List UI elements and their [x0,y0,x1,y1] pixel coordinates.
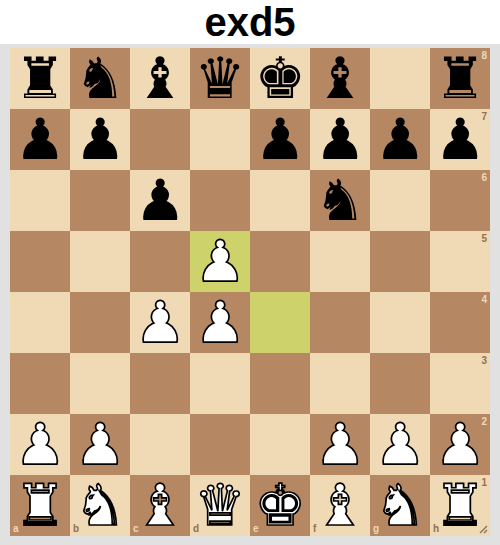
black-pawn[interactable]: ♟ [374,109,425,170]
white-pawn[interactable]: ♟ [134,292,185,353]
white-pawn[interactable]: ♟ [434,414,485,475]
square-d4[interactable]: ♟ [190,292,250,353]
square-g3[interactable] [370,353,430,414]
white-pawn[interactable]: ♟ [74,414,125,475]
black-bishop[interactable]: ♝ [134,48,185,109]
coord-rank-6: 6 [481,173,487,183]
square-c1[interactable]: ♝c [130,475,190,536]
square-a7[interactable]: ♟ [10,109,70,170]
square-c7[interactable] [130,109,190,170]
square-f5[interactable] [310,231,370,292]
square-e7[interactable]: ♟ [250,109,310,170]
square-g1[interactable]: ♞g [370,475,430,536]
square-b1[interactable]: ♞b [70,475,130,536]
black-pawn[interactable]: ♟ [14,109,65,170]
square-g6[interactable] [370,170,430,231]
square-h8[interactable]: ♜8 [430,48,490,109]
square-g5[interactable] [370,231,430,292]
black-pawn[interactable]: ♟ [134,170,185,231]
square-a5[interactable] [10,231,70,292]
square-d1[interactable]: ♛d [190,475,250,536]
square-d2[interactable] [190,414,250,475]
white-pawn[interactable]: ♟ [194,292,245,353]
square-h3[interactable]: 3 [430,353,490,414]
square-e2[interactable] [250,414,310,475]
white-knight[interactable]: ♞ [374,475,425,536]
square-f1[interactable]: ♝f [310,475,370,536]
square-h5[interactable]: 5 [430,231,490,292]
square-f2[interactable]: ♟ [310,414,370,475]
square-e3[interactable] [250,353,310,414]
white-queen[interactable]: ♛ [194,475,245,536]
square-h6[interactable]: 6 [430,170,490,231]
square-d6[interactable] [190,170,250,231]
square-c2[interactable] [130,414,190,475]
square-f6[interactable]: ♞ [310,170,370,231]
square-a3[interactable] [10,353,70,414]
square-b2[interactable]: ♟ [70,414,130,475]
square-e1[interactable]: ♚e [250,475,310,536]
square-a6[interactable] [10,170,70,231]
white-pawn[interactable]: ♟ [194,231,245,292]
coord-rank-3: 3 [481,356,487,366]
page-header: exd5 [0,0,500,44]
square-e5[interactable] [250,231,310,292]
white-bishop[interactable]: ♝ [134,475,185,536]
square-d3[interactable] [190,353,250,414]
black-king[interactable]: ♚ [254,48,305,109]
move-title: exd5 [204,2,295,42]
square-g7[interactable]: ♟ [370,109,430,170]
coord-rank-5: 5 [481,234,487,244]
black-rook[interactable]: ♜ [14,48,65,109]
black-rook[interactable]: ♜ [434,48,485,109]
square-f7[interactable]: ♟ [310,109,370,170]
white-pawn[interactable]: ♟ [314,414,365,475]
black-knight[interactable]: ♞ [314,170,365,231]
square-e8[interactable]: ♚ [250,48,310,109]
black-pawn[interactable]: ♟ [74,109,125,170]
white-rook[interactable]: ♜ [14,475,65,536]
black-bishop[interactable]: ♝ [314,48,365,109]
square-a2[interactable]: ♟ [10,414,70,475]
square-c8[interactable]: ♝ [130,48,190,109]
square-b7[interactable]: ♟ [70,109,130,170]
white-pawn[interactable]: ♟ [14,414,65,475]
square-a4[interactable] [10,292,70,353]
square-a8[interactable]: ♜ [10,48,70,109]
square-e6[interactable] [250,170,310,231]
square-d7[interactable] [190,109,250,170]
white-knight[interactable]: ♞ [74,475,125,536]
board-frame: ♜♞♝♛♚♝♜8♟♟♟♟♟♟7♟♞6♟5♟♟43♟♟♟♟♟2♜a♞b♝c♛d♚e… [0,44,500,545]
square-h7[interactable]: ♟7 [430,109,490,170]
white-pawn[interactable]: ♟ [374,414,425,475]
square-c3[interactable] [130,353,190,414]
square-f3[interactable] [310,353,370,414]
coord-rank-4: 4 [481,295,487,305]
white-bishop[interactable]: ♝ [314,475,365,536]
square-g4[interactable] [370,292,430,353]
white-king[interactable]: ♚ [254,475,305,536]
square-b5[interactable] [70,231,130,292]
square-d5[interactable]: ♟ [190,231,250,292]
black-pawn[interactable]: ♟ [254,109,305,170]
square-c5[interactable] [130,231,190,292]
square-f8[interactable]: ♝ [310,48,370,109]
black-queen[interactable]: ♛ [194,48,245,109]
square-g2[interactable]: ♟ [370,414,430,475]
black-knight[interactable]: ♞ [74,48,125,109]
square-g8[interactable] [370,48,430,109]
square-f4[interactable] [310,292,370,353]
square-h2[interactable]: ♟2 [430,414,490,475]
square-h4[interactable]: 4 [430,292,490,353]
square-b4[interactable] [70,292,130,353]
square-e4[interactable] [250,292,310,353]
square-c4[interactable]: ♟ [130,292,190,353]
chess-board: ♜♞♝♛♚♝♜8♟♟♟♟♟♟7♟♞6♟5♟♟43♟♟♟♟♟2♜a♞b♝c♛d♚e… [10,48,490,536]
square-c6[interactable]: ♟ [130,170,190,231]
square-d8[interactable]: ♛ [190,48,250,109]
square-b6[interactable] [70,170,130,231]
square-b3[interactable] [70,353,130,414]
black-pawn[interactable]: ♟ [434,109,485,170]
board-resize-handle[interactable] [478,524,488,534]
square-b8[interactable]: ♞ [70,48,130,109]
square-a1[interactable]: ♜a [10,475,70,536]
black-pawn[interactable]: ♟ [314,109,365,170]
